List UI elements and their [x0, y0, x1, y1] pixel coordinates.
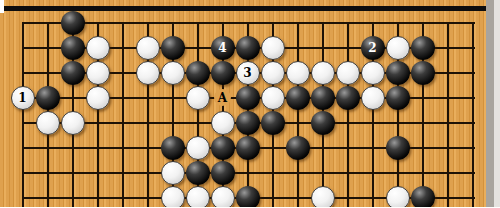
intersection[interactable] [260, 35, 285, 60]
intersection[interactable] [360, 160, 385, 185]
go-board[interactable]: 4231A [10, 10, 485, 207]
intersection[interactable] [110, 135, 135, 160]
intersection[interactable] [10, 35, 35, 60]
intersection[interactable] [310, 135, 335, 160]
white-stone [61, 111, 85, 135]
intersection[interactable] [435, 160, 460, 185]
intersection[interactable] [35, 110, 60, 135]
intersection[interactable] [35, 10, 60, 35]
intersection[interactable] [385, 160, 410, 185]
intersection[interactable] [285, 185, 310, 207]
black-stone [211, 61, 235, 85]
intersection[interactable] [460, 185, 485, 207]
intersection[interactable] [335, 85, 360, 110]
intersection[interactable] [460, 60, 485, 85]
intersection[interactable] [60, 135, 85, 160]
intersection[interactable] [385, 85, 410, 110]
intersection[interactable] [335, 35, 360, 60]
intersection[interactable] [35, 60, 60, 85]
intersection[interactable] [210, 160, 235, 185]
intersection[interactable] [410, 110, 435, 135]
intersection[interactable] [410, 60, 435, 85]
intersection[interactable] [110, 85, 135, 110]
intersection[interactable] [310, 185, 335, 207]
intersection[interactable] [10, 185, 35, 207]
intersection[interactable] [435, 85, 460, 110]
white-stone [186, 86, 210, 110]
intersection[interactable] [410, 160, 435, 185]
intersection[interactable]: 1 [10, 85, 35, 110]
intersection[interactable] [410, 85, 435, 110]
black-stone [236, 36, 260, 60]
intersection[interactable] [310, 160, 335, 185]
intersection[interactable] [310, 110, 335, 135]
intersection[interactable] [260, 110, 285, 135]
black-stone [361, 36, 385, 60]
intersection[interactable] [10, 60, 35, 85]
intersection[interactable] [135, 110, 160, 135]
intersection[interactable] [210, 60, 235, 85]
intersection[interactable] [360, 10, 385, 35]
black-stone [236, 86, 260, 110]
intersection[interactable] [160, 10, 185, 35]
intersection[interactable] [285, 10, 310, 35]
black-stone [61, 36, 85, 60]
intersection[interactable] [35, 35, 60, 60]
intersection[interactable] [235, 135, 260, 160]
intersection[interactable] [435, 35, 460, 60]
intersection[interactable] [110, 60, 135, 85]
black-stone [36, 86, 60, 110]
intersection[interactable] [435, 185, 460, 207]
intersection[interactable] [85, 85, 110, 110]
intersection[interactable] [35, 85, 60, 110]
intersection[interactable] [385, 135, 410, 160]
white-stone [161, 186, 185, 208]
black-stone [286, 86, 310, 110]
intersection[interactable]: 3 [235, 60, 260, 85]
intersection[interactable] [210, 185, 235, 207]
intersection[interactable] [185, 110, 210, 135]
intersection[interactable] [460, 85, 485, 110]
intersection[interactable] [60, 35, 85, 60]
intersection[interactable]: 4 [210, 35, 235, 60]
black-stone [311, 86, 335, 110]
intersection[interactable] [385, 35, 410, 60]
intersection[interactable] [285, 60, 310, 85]
intersection[interactable] [110, 10, 135, 35]
white-stone [311, 61, 335, 85]
intersection[interactable] [110, 160, 135, 185]
intersection[interactable] [135, 60, 160, 85]
intersection[interactable] [435, 60, 460, 85]
black-stone [386, 61, 410, 85]
intersection[interactable] [85, 185, 110, 207]
white-stone [311, 186, 335, 208]
white-stone [386, 36, 410, 60]
white-stone [161, 61, 185, 85]
intersection[interactable] [360, 60, 385, 85]
intersection[interactable] [460, 35, 485, 60]
white-stone [86, 86, 110, 110]
intersection[interactable] [85, 60, 110, 85]
intersection[interactable] [460, 160, 485, 185]
black-stone [286, 136, 310, 160]
intersection[interactable] [260, 185, 285, 207]
intersection[interactable] [285, 35, 310, 60]
black-stone [336, 86, 360, 110]
intersection[interactable] [385, 185, 410, 207]
intersection[interactable] [260, 60, 285, 85]
intersection[interactable] [110, 110, 135, 135]
intersection[interactable] [360, 110, 385, 135]
intersection[interactable] [235, 110, 260, 135]
white-stone [211, 186, 235, 208]
intersection[interactable] [310, 10, 335, 35]
white-stone [261, 61, 285, 85]
black-stone [411, 186, 435, 208]
intersection[interactable] [335, 110, 360, 135]
black-stone [411, 36, 435, 60]
intersection[interactable] [185, 135, 210, 160]
intersection[interactable] [60, 110, 85, 135]
black-stone [411, 61, 435, 85]
intersection[interactable] [60, 185, 85, 207]
intersection[interactable] [185, 10, 210, 35]
intersection[interactable] [160, 135, 185, 160]
intersection[interactable] [110, 35, 135, 60]
black-stone [61, 61, 85, 85]
intersection[interactable] [135, 135, 160, 160]
intersection[interactable] [85, 35, 110, 60]
black-stone [236, 136, 260, 160]
white-stone [336, 61, 360, 85]
intersection[interactable]: A [210, 85, 235, 110]
intersection[interactable] [385, 60, 410, 85]
intersection[interactable] [385, 110, 410, 135]
intersection[interactable]: 2 [360, 35, 385, 60]
intersection[interactable] [335, 60, 360, 85]
intersection[interactable] [160, 110, 185, 135]
intersection[interactable] [185, 185, 210, 207]
black-stone [211, 161, 235, 185]
white-stone [361, 86, 385, 110]
intersection[interactable] [210, 110, 235, 135]
intersection[interactable] [85, 10, 110, 35]
intersection[interactable] [335, 160, 360, 185]
intersection[interactable] [410, 185, 435, 207]
intersection[interactable] [135, 35, 160, 60]
black-stone [161, 136, 185, 160]
white-stone [136, 61, 160, 85]
black-stone [236, 186, 260, 208]
board-right-border [486, 0, 494, 207]
label-backing [214, 89, 231, 106]
intersection[interactable] [260, 135, 285, 160]
intersection[interactable] [410, 135, 435, 160]
intersection[interactable] [85, 135, 110, 160]
intersection[interactable] [135, 160, 160, 185]
intersection[interactable] [10, 10, 35, 35]
intersection[interactable] [35, 135, 60, 160]
intersection[interactable] [460, 10, 485, 35]
black-stone [311, 111, 335, 135]
black-stone [386, 136, 410, 160]
intersection[interactable] [360, 135, 385, 160]
intersection[interactable] [285, 160, 310, 185]
black-stone [236, 111, 260, 135]
intersection[interactable] [235, 10, 260, 35]
intersection[interactable] [10, 110, 35, 135]
black-stone [211, 36, 235, 60]
intersection[interactable] [10, 135, 35, 160]
white-stone [86, 36, 110, 60]
intersection[interactable] [235, 35, 260, 60]
white-stone [236, 61, 260, 85]
intersection[interactable] [85, 110, 110, 135]
intersection[interactable] [435, 110, 460, 135]
intersection[interactable] [235, 160, 260, 185]
intersection[interactable] [285, 135, 310, 160]
intersection[interactable] [460, 110, 485, 135]
intersection[interactable] [35, 185, 60, 207]
intersection[interactable] [185, 35, 210, 60]
intersection[interactable] [310, 60, 335, 85]
board-right-edge-highlight [494, 0, 500, 207]
white-stone [261, 86, 285, 110]
black-stone [161, 36, 185, 60]
white-stone [286, 61, 310, 85]
intersection[interactable] [410, 10, 435, 35]
intersection[interactable] [410, 35, 435, 60]
intersection[interactable] [60, 85, 85, 110]
black-stone [61, 11, 85, 35]
white-stone [11, 86, 35, 110]
white-stone [261, 36, 285, 60]
intersection[interactable] [360, 85, 385, 110]
intersection[interactable] [360, 185, 385, 207]
white-stone [186, 186, 210, 208]
intersection[interactable] [335, 10, 360, 35]
intersection[interactable] [185, 160, 210, 185]
point-label: A [210, 85, 235, 110]
black-stone [186, 61, 210, 85]
intersection[interactable] [160, 185, 185, 207]
black-stone [186, 161, 210, 185]
intersection[interactable] [210, 10, 235, 35]
intersection[interactable] [135, 10, 160, 35]
intersection[interactable] [335, 135, 360, 160]
white-stone [161, 161, 185, 185]
intersection[interactable] [60, 10, 85, 35]
intersection[interactable] [235, 185, 260, 207]
intersection[interactable] [160, 160, 185, 185]
go-app-screenshot: 4231A [0, 0, 500, 207]
intersection[interactable] [210, 135, 235, 160]
white-stone [36, 111, 60, 135]
intersection[interactable] [160, 60, 185, 85]
intersection[interactable] [260, 85, 285, 110]
intersection[interactable] [135, 85, 160, 110]
black-stone [211, 136, 235, 160]
white-stone [86, 61, 110, 85]
intersection[interactable] [185, 85, 210, 110]
intersection[interactable] [310, 35, 335, 60]
intersection[interactable] [185, 60, 210, 85]
intersection[interactable] [435, 135, 460, 160]
intersection[interactable] [85, 160, 110, 185]
white-stone [361, 61, 385, 85]
intersection[interactable] [260, 160, 285, 185]
intersection[interactable] [285, 110, 310, 135]
intersection[interactable] [260, 10, 285, 35]
intersection[interactable] [110, 185, 135, 207]
intersection[interactable] [35, 160, 60, 185]
intersection[interactable] [60, 160, 85, 185]
white-stone [186, 136, 210, 160]
black-stone [261, 111, 285, 135]
white-stone [136, 36, 160, 60]
white-stone [211, 111, 235, 135]
intersection[interactable] [385, 10, 410, 35]
intersection[interactable] [285, 85, 310, 110]
intersection[interactable] [160, 85, 185, 110]
intersection[interactable] [135, 185, 160, 207]
white-stone [386, 186, 410, 208]
intersection[interactable] [310, 85, 335, 110]
intersection[interactable] [460, 135, 485, 160]
intersection[interactable] [160, 35, 185, 60]
intersection[interactable] [10, 160, 35, 185]
intersection[interactable] [335, 185, 360, 207]
intersection[interactable] [435, 10, 460, 35]
intersection[interactable] [60, 60, 85, 85]
intersection[interactable] [235, 85, 260, 110]
black-stone [386, 86, 410, 110]
